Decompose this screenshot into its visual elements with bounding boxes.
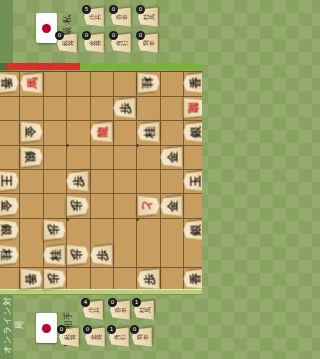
board-square[interactable] [113,71,136,96]
board-square[interactable] [43,120,66,145]
board-square[interactable] [160,71,183,96]
board-square[interactable] [160,218,183,243]
piece-kanji: 歩 [67,195,89,216]
piece-kanji: 金 [0,195,19,216]
hand-piece-count-badge: 0 [130,325,139,334]
hand-piece-count-badge: 0 [55,31,64,40]
piece-kanji: 銀 [20,146,42,167]
piece-kanji: 金 [20,122,42,143]
board-square[interactable] [90,267,113,292]
board-piece-馬[interactable]: 馬 [20,73,42,94]
board-piece-歩[interactable]: 歩 [114,97,136,118]
board-piece-香[interactable]: 香 [0,73,19,94]
board-square[interactable] [183,243,202,268]
hand-piece-count-badge: 0 [109,5,118,14]
board-square[interactable] [90,71,113,96]
top-time-bar-green-segment [80,63,202,70]
piece-kanji: 銀 [184,122,202,143]
board-square[interactable] [113,243,136,268]
board-piece-龍[interactable]: 龍 [90,122,112,143]
hand-piece-count-badge: 0 [83,325,92,334]
board-square[interactable] [66,267,89,292]
board-piece-歩[interactable]: 歩 [44,269,66,290]
board-square[interactable] [160,120,183,145]
piece-kanji: 香 [20,269,42,290]
board-piece-歩[interactable]: 歩 [67,171,89,192]
hand-piece-count-badge: 0 [109,31,118,40]
board-square[interactable] [113,145,136,170]
board-square[interactable] [160,243,183,268]
hand-piece-count-badge: 1 [107,325,116,334]
piece-kanji: 桂 [137,122,159,143]
board-square[interactable] [43,96,66,121]
board-piece-歩[interactable]: 歩 [137,269,159,290]
board-piece-香[interactable]: 香 [20,269,42,290]
board-square[interactable] [66,71,89,96]
piece-kanji: 歩 [137,269,159,290]
board-piece-金[interactable]: 金 [20,122,42,143]
shogi-app-screen: { "game": "shogi", "app_banner": "オンライン対… [0,0,202,359]
piece-kanji: 桂 [44,244,66,265]
hand-piece-count-badge: 0 [108,298,117,307]
board-square[interactable] [66,145,89,170]
hand-piece-count-badge: 4 [81,298,90,307]
japan-flag-icon-bottom [36,313,57,343]
piece-kanji: 玉 [184,171,202,192]
board-piece-龍[interactable]: 龍 [184,97,202,118]
board-square[interactable] [90,145,113,170]
board-square[interactable] [19,169,42,194]
board-square[interactable] [19,243,42,268]
board-square[interactable] [136,169,159,194]
board-square[interactable] [160,169,183,194]
piece-kanji: 香 [0,73,19,94]
board-piece-歩[interactable]: 歩 [67,244,89,265]
hand-piece-count-badge: 0 [57,325,66,334]
piece-kanji: 龍 [90,122,112,143]
piece-kanji: 桂 [137,73,159,94]
board-piece-と[interactable]: と [137,195,159,216]
board-square[interactable] [19,218,42,243]
board-square[interactable] [43,71,66,96]
piece-kanji: 歩 [44,220,66,241]
piece-kanji: 銀 [184,220,202,241]
board-piece-銀[interactable]: 銀 [20,146,42,167]
board-piece-金[interactable]: 金 [161,195,183,216]
board-square[interactable] [136,145,159,170]
board-square[interactable] [183,194,202,219]
board-square[interactable] [0,145,19,170]
board-square[interactable] [113,169,136,194]
board-square[interactable] [43,145,66,170]
board-square[interactable] [66,120,89,145]
board-piece-香[interactable]: 香 [184,269,202,290]
piece-kanji: 金 [161,195,183,216]
board-square[interactable] [0,267,19,292]
board-square[interactable] [19,96,42,121]
board-square[interactable] [136,96,159,121]
piece-kanji: 歩 [90,244,112,265]
board-square[interactable] [66,218,89,243]
board-square[interactable] [43,169,66,194]
board-square[interactable] [19,194,42,219]
board-square[interactable] [160,267,183,292]
board-square[interactable] [0,120,19,145]
hand-piece-count-badge: 0 [82,31,91,40]
board-piece-歩[interactable]: 歩 [90,244,112,265]
piece-kanji: 歩 [44,269,66,290]
board-square[interactable] [136,218,159,243]
piece-kanji: と [137,195,159,216]
board-piece-桂[interactable]: 桂 [137,73,159,94]
piece-kanji: 香 [184,269,202,290]
piece-kanji: 馬 [20,73,42,94]
board-square[interactable] [90,194,113,219]
board-piece-金[interactable]: 金 [161,146,183,167]
board-square[interactable] [113,194,136,219]
board-piece-玉[interactable]: 玉 [184,171,202,192]
board-piece-銀[interactable]: 銀 [184,220,202,241]
hand-piece-count-badge: 0 [136,31,145,40]
piece-kanji: 銀 [0,220,19,241]
online-match-banner-label: オンライン対局 [1,294,13,356]
board-piece-桂[interactable]: 桂 [0,244,19,265]
piece-kanji: 桂 [0,244,19,265]
board-square[interactable] [113,120,136,145]
piece-kanji: 王 [0,171,19,192]
flag-sun-icon [42,324,51,333]
board-piece-桂[interactable]: 桂 [44,244,66,265]
hand-piece-count-badge: 5 [82,5,91,14]
piece-kanji: 歩 [114,97,136,118]
board-square[interactable] [113,267,136,292]
piece-kanji: 金 [161,146,183,167]
flag-sun-icon [42,24,51,33]
board-square[interactable] [113,218,136,243]
board-piece-銀[interactable]: 銀 [0,220,19,241]
board-square[interactable] [66,96,89,121]
hand-piece-count-badge: 1 [132,298,141,307]
board-piece-歩[interactable]: 歩 [67,195,89,216]
board-square[interactable] [136,243,159,268]
top-time-bar-red-segment [6,63,80,70]
piece-kanji: 香 [184,73,202,94]
board-square[interactable] [0,96,19,121]
piece-kanji: 歩 [67,244,89,265]
board-square[interactable] [183,145,202,170]
board-piece-香[interactable]: 香 [184,73,202,94]
board-square[interactable] [90,96,113,121]
board-square[interactable] [90,169,113,194]
board-square[interactable] [90,218,113,243]
japan-flag-icon-top [36,13,57,43]
board-piece-金[interactable]: 金 [0,195,19,216]
piece-kanji: 龍 [184,97,202,118]
piece-kanji: 歩 [67,171,89,192]
board-piece-歩[interactable]: 歩 [44,220,66,241]
board-square[interactable] [160,96,183,121]
hand-piece-count-badge: 0 [136,5,145,14]
board-square[interactable] [43,194,66,219]
board-piece-王[interactable]: 王 [0,171,19,192]
board-piece-銀[interactable]: 銀 [184,122,202,143]
board-piece-桂[interactable]: 桂 [137,122,159,143]
